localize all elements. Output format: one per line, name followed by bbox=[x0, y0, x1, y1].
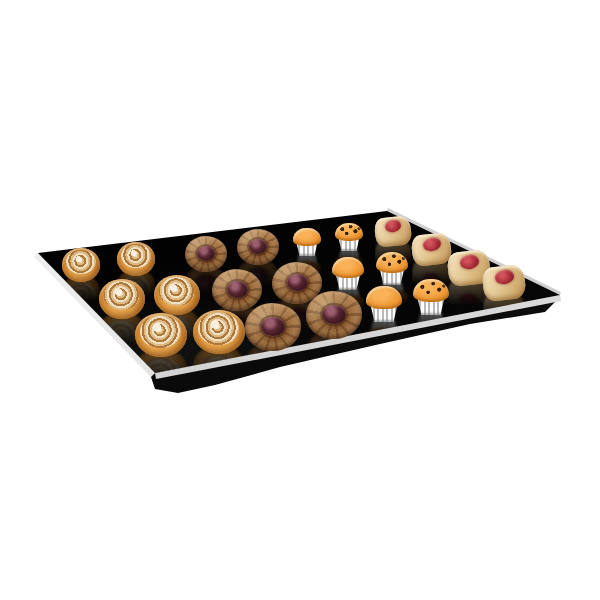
pastry-cinnamon-roll bbox=[193, 310, 245, 355]
pastry-muffin-choc bbox=[412, 279, 449, 315]
pastry-jam-puff bbox=[483, 266, 525, 300]
pastry-cinnamon-roll bbox=[117, 242, 156, 276]
pastry-cinnamon-roll bbox=[135, 313, 187, 358]
product-photo bbox=[0, 0, 600, 600]
pastries-layer bbox=[0, 0, 600, 600]
pastry-plum-tart bbox=[185, 236, 227, 271]
pastry-plum-tart bbox=[306, 291, 362, 338]
pastry-jam-puff bbox=[375, 217, 411, 246]
pastry-plum-tart bbox=[245, 303, 301, 350]
pastry-cinnamon-roll bbox=[62, 248, 101, 282]
pastry-muffin-choc bbox=[334, 223, 363, 251]
pastry-muffin-plain bbox=[292, 228, 321, 256]
pastry-jam-puff bbox=[412, 234, 451, 265]
pastry-muffin-plain bbox=[331, 257, 365, 290]
pastry-muffin-plain bbox=[365, 286, 402, 322]
pastry-muffin-choc bbox=[375, 252, 409, 285]
pastry-plum-tart bbox=[237, 229, 279, 264]
